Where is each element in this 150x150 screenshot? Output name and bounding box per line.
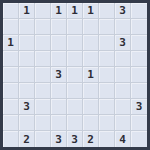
grid-cell[interactable] (19, 19, 35, 35)
grid-cell[interactable] (67, 99, 83, 115)
grid-cell[interactable] (3, 67, 19, 83)
grid-cell[interactable] (67, 19, 83, 35)
grid-cell[interactable] (35, 3, 51, 19)
grid-cell[interactable] (3, 3, 19, 19)
clue-number: 3 (119, 37, 126, 48)
grid-cell[interactable] (67, 115, 83, 131)
grid-cell: 1 (83, 67, 99, 83)
grid-cell[interactable] (35, 83, 51, 99)
clue-number: 3 (55, 69, 62, 80)
grid-cell[interactable] (99, 131, 115, 147)
grid-cell[interactable] (131, 67, 147, 83)
grid-cell[interactable] (131, 115, 147, 131)
grid-cell[interactable] (131, 3, 147, 19)
grid-cell[interactable] (115, 19, 131, 35)
grid-cell[interactable] (3, 99, 19, 115)
grid-cell[interactable] (131, 19, 147, 35)
grid-cell[interactable] (131, 51, 147, 67)
clue-number: 4 (119, 134, 126, 145)
grid-cell[interactable] (35, 131, 51, 147)
grid-cell[interactable] (99, 67, 115, 83)
clue-number: 3 (71, 134, 78, 145)
grid-cell[interactable] (35, 99, 51, 115)
puzzle-board: 1111313313323324 (0, 0, 150, 150)
grid-cell[interactable] (3, 131, 19, 147)
grid-cell: 3 (67, 131, 83, 147)
grid-cell[interactable] (35, 51, 51, 67)
grid-cell[interactable] (67, 35, 83, 51)
clue-number: 3 (55, 134, 62, 145)
puzzle-grid: 1111313313323324 (3, 3, 147, 147)
grid-cell: 1 (83, 3, 99, 19)
grid-cell[interactable] (19, 35, 35, 51)
grid-cell[interactable] (83, 83, 99, 99)
grid-cell: 3 (115, 35, 131, 51)
grid-cell: 3 (131, 99, 147, 115)
grid-cell[interactable] (99, 115, 115, 131)
grid-cell[interactable] (3, 19, 19, 35)
grid-cell[interactable] (51, 51, 67, 67)
grid-cell[interactable] (83, 19, 99, 35)
grid-cell[interactable] (35, 35, 51, 51)
grid-cell[interactable] (35, 67, 51, 83)
grid-cell[interactable] (35, 115, 51, 131)
grid-cell[interactable] (115, 115, 131, 131)
grid-cell[interactable] (83, 99, 99, 115)
clue-number: 1 (87, 69, 94, 80)
grid-cell[interactable] (19, 51, 35, 67)
grid-cell[interactable] (19, 83, 35, 99)
grid-cell[interactable] (51, 35, 67, 51)
clue-number: 2 (87, 134, 94, 145)
grid-cell[interactable] (83, 51, 99, 67)
clue-number: 1 (87, 5, 94, 16)
clue-number: 1 (71, 5, 78, 16)
grid-cell: 2 (19, 131, 35, 147)
grid-cell: 2 (83, 131, 99, 147)
grid-cell[interactable] (67, 51, 83, 67)
grid-cell[interactable] (99, 99, 115, 115)
clue-number: 3 (119, 5, 126, 16)
grid-cell: 4 (115, 131, 131, 147)
grid-cell[interactable] (35, 19, 51, 35)
grid-cell[interactable] (115, 67, 131, 83)
grid-cell[interactable] (67, 67, 83, 83)
grid-cell[interactable] (115, 51, 131, 67)
grid-cell[interactable] (51, 115, 67, 131)
grid-cell[interactable] (3, 115, 19, 131)
grid-cell[interactable] (115, 99, 131, 115)
clue-number: 3 (136, 101, 143, 112)
grid-cell[interactable] (99, 51, 115, 67)
grid-cell[interactable] (99, 19, 115, 35)
grid-cell[interactable] (115, 83, 131, 99)
grid-cell: 3 (51, 131, 67, 147)
grid-cell: 3 (115, 3, 131, 19)
grid-cell[interactable] (19, 115, 35, 131)
grid-cell: 3 (19, 99, 35, 115)
grid-cell[interactable] (19, 67, 35, 83)
grid-cell[interactable] (3, 83, 19, 99)
grid-cell[interactable] (51, 19, 67, 35)
grid-cell[interactable] (99, 35, 115, 51)
grid-cell[interactable] (99, 3, 115, 19)
grid-cell: 1 (51, 3, 67, 19)
clue-number: 2 (23, 134, 30, 145)
grid-cell[interactable] (131, 35, 147, 51)
clue-number: 1 (55, 5, 62, 16)
clue-number: 1 (7, 37, 14, 48)
grid-cell[interactable] (83, 35, 99, 51)
grid-cell: 3 (51, 67, 67, 83)
clue-number: 3 (23, 101, 30, 112)
grid-cell[interactable] (67, 83, 83, 99)
grid-cell: 1 (67, 3, 83, 19)
grid-cell[interactable] (51, 99, 67, 115)
grid-cell[interactable] (131, 83, 147, 99)
grid-cell[interactable] (131, 131, 147, 147)
clue-number: 1 (23, 5, 30, 16)
grid-cell[interactable] (51, 83, 67, 99)
grid-cell[interactable] (99, 83, 115, 99)
grid-cell: 1 (3, 35, 19, 51)
grid-cell[interactable] (3, 51, 19, 67)
grid-cell: 1 (19, 3, 35, 19)
grid-cell[interactable] (83, 115, 99, 131)
